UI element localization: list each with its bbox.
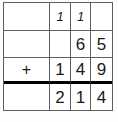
cell-sum-r3c1: 2 [50,84,71,110]
cell-addend2-r2c1: 1 [50,58,71,84]
cell-carry-r0c0 [4,3,50,31]
cell-carry-r0c3 [91,3,112,31]
addition-grid: 1 1 6 5 + 1 4 9 2 1 4 [3,2,113,111]
cell-sum-r3c0 [4,84,50,110]
cell-sum-r3c3: 4 [91,84,112,110]
cell-carry-r0c2: 1 [71,3,91,31]
cell-addend1-r1c3: 5 [91,31,112,58]
cell-addend1-r1c2: 6 [71,31,91,58]
addition-worksheet: 1 1 6 5 + 1 4 9 2 1 4 [0,0,118,122]
cell-addend2-r2c2: 4 [71,58,91,84]
cell-addend1-r1c1 [50,31,71,58]
cell-addend2-r2c3: 9 [91,58,112,84]
cell-plus-operator: + [4,58,50,84]
cell-sum-r3c2: 1 [71,84,91,110]
cell-addend1-r1c0 [4,31,50,58]
cell-carry-r0c1: 1 [50,3,71,31]
